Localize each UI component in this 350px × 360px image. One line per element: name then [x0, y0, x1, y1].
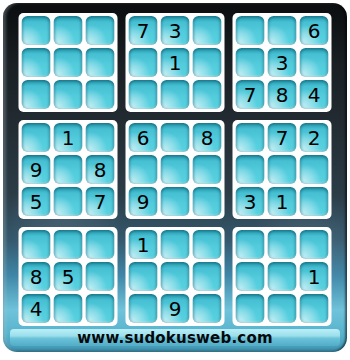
cell-r2c5: 1: [161, 48, 190, 77]
cell-r8c5[interactable]: [161, 262, 190, 291]
cell-r5c5[interactable]: [161, 155, 190, 184]
cell-r8c4[interactable]: [129, 262, 158, 291]
cell-r2c6[interactable]: [193, 48, 222, 77]
sudoku-page: 731 63784 19857 689 7231 854 19 1 www.su…: [0, 0, 350, 360]
cell-r8c2: 5: [54, 262, 83, 291]
cell-r1c6[interactable]: [193, 16, 222, 45]
cell-r5c6[interactable]: [193, 155, 222, 184]
cell-r9c5: 9: [161, 294, 190, 323]
cell-r7c5[interactable]: [161, 230, 190, 259]
box-r1c2: 7231: [233, 120, 332, 219]
cell-r8c6[interactable]: [193, 262, 222, 291]
cell-r9c3[interactable]: [86, 294, 115, 323]
cell-r9c2[interactable]: [54, 294, 83, 323]
cell-r6c8: 1: [268, 187, 297, 216]
board-frame: 731 63784 19857 689 7231 854 19 1 www.su…: [3, 3, 347, 352]
cell-r3c2[interactable]: [54, 80, 83, 109]
cell-r5c8[interactable]: [268, 155, 297, 184]
cell-r4c1[interactable]: [22, 123, 51, 152]
cell-r4c6: 8: [193, 123, 222, 152]
cell-r2c4[interactable]: [129, 48, 158, 77]
cell-r8c8[interactable]: [268, 262, 297, 291]
cell-r4c3[interactable]: [86, 123, 115, 152]
cell-r4c8: 7: [268, 123, 297, 152]
cell-r5c2[interactable]: [54, 155, 83, 184]
cell-r3c9: 4: [300, 80, 329, 109]
cell-r6c9[interactable]: [300, 187, 329, 216]
cell-r6c6[interactable]: [193, 187, 222, 216]
cell-r3c8: 8: [268, 80, 297, 109]
cell-r1c9: 6: [300, 16, 329, 45]
cell-r6c5[interactable]: [161, 187, 190, 216]
cell-r1c4: 7: [129, 16, 158, 45]
cell-r3c4[interactable]: [129, 80, 158, 109]
box-r0c2: 63784: [233, 13, 332, 112]
box-r0c1: 731: [126, 13, 225, 112]
box-r1c1: 689: [126, 120, 225, 219]
cell-r6c3: 7: [86, 187, 115, 216]
cell-r2c1[interactable]: [22, 48, 51, 77]
cell-r2c2[interactable]: [54, 48, 83, 77]
cell-r9c9[interactable]: [300, 294, 329, 323]
footer-link[interactable]: www.sudokusweb.com: [77, 329, 272, 347]
cell-r2c8: 3: [268, 48, 297, 77]
cell-r6c1: 5: [22, 187, 51, 216]
box-r2c0: 854: [19, 227, 118, 326]
cell-r4c7[interactable]: [236, 123, 265, 152]
box-r1c0: 19857: [19, 120, 118, 219]
cell-r5c4[interactable]: [129, 155, 158, 184]
cell-r8c3[interactable]: [86, 262, 115, 291]
cell-r1c3[interactable]: [86, 16, 115, 45]
cell-r1c5: 3: [161, 16, 190, 45]
cell-r2c9[interactable]: [300, 48, 329, 77]
cell-r6c4: 9: [129, 187, 158, 216]
box-r0c0: [19, 13, 118, 112]
cell-r4c5[interactable]: [161, 123, 190, 152]
cell-r9c6[interactable]: [193, 294, 222, 323]
cell-r6c7: 3: [236, 187, 265, 216]
box-r2c2: 1: [233, 227, 332, 326]
cell-r9c7[interactable]: [236, 294, 265, 323]
cell-r5c7[interactable]: [236, 155, 265, 184]
cell-r7c9[interactable]: [300, 230, 329, 259]
cell-r1c1[interactable]: [22, 16, 51, 45]
cell-r9c1: 4: [22, 294, 51, 323]
cell-r5c9[interactable]: [300, 155, 329, 184]
cell-r5c1: 9: [22, 155, 51, 184]
cell-r8c9: 1: [300, 262, 329, 291]
cell-r9c4[interactable]: [129, 294, 158, 323]
cell-r3c5[interactable]: [161, 80, 190, 109]
cell-r6c2[interactable]: [54, 187, 83, 216]
cell-r7c6[interactable]: [193, 230, 222, 259]
cell-r1c7[interactable]: [236, 16, 265, 45]
cell-r7c4: 1: [129, 230, 158, 259]
cell-r3c3[interactable]: [86, 80, 115, 109]
cell-r7c1[interactable]: [22, 230, 51, 259]
box-r2c1: 19: [126, 227, 225, 326]
cell-r3c1[interactable]: [22, 80, 51, 109]
cell-r7c2[interactable]: [54, 230, 83, 259]
footer-bar: www.sudokusweb.com: [10, 329, 340, 346]
sudoku-board: 731 63784 19857 689 7231 854 19 1: [19, 13, 332, 326]
cell-r8c1: 8: [22, 262, 51, 291]
cell-r9c8[interactable]: [268, 294, 297, 323]
cell-r4c2: 1: [54, 123, 83, 152]
cell-r3c6[interactable]: [193, 80, 222, 109]
cell-r3c7: 7: [236, 80, 265, 109]
cell-r1c8[interactable]: [268, 16, 297, 45]
cell-r2c7[interactable]: [236, 48, 265, 77]
cell-r7c3[interactable]: [86, 230, 115, 259]
cell-r1c2[interactable]: [54, 16, 83, 45]
cell-r4c4: 6: [129, 123, 158, 152]
cell-r2c3[interactable]: [86, 48, 115, 77]
cell-r5c3: 8: [86, 155, 115, 184]
cell-r8c7[interactable]: [236, 262, 265, 291]
cell-r4c9: 2: [300, 123, 329, 152]
cell-r7c7[interactable]: [236, 230, 265, 259]
cell-r7c8[interactable]: [268, 230, 297, 259]
